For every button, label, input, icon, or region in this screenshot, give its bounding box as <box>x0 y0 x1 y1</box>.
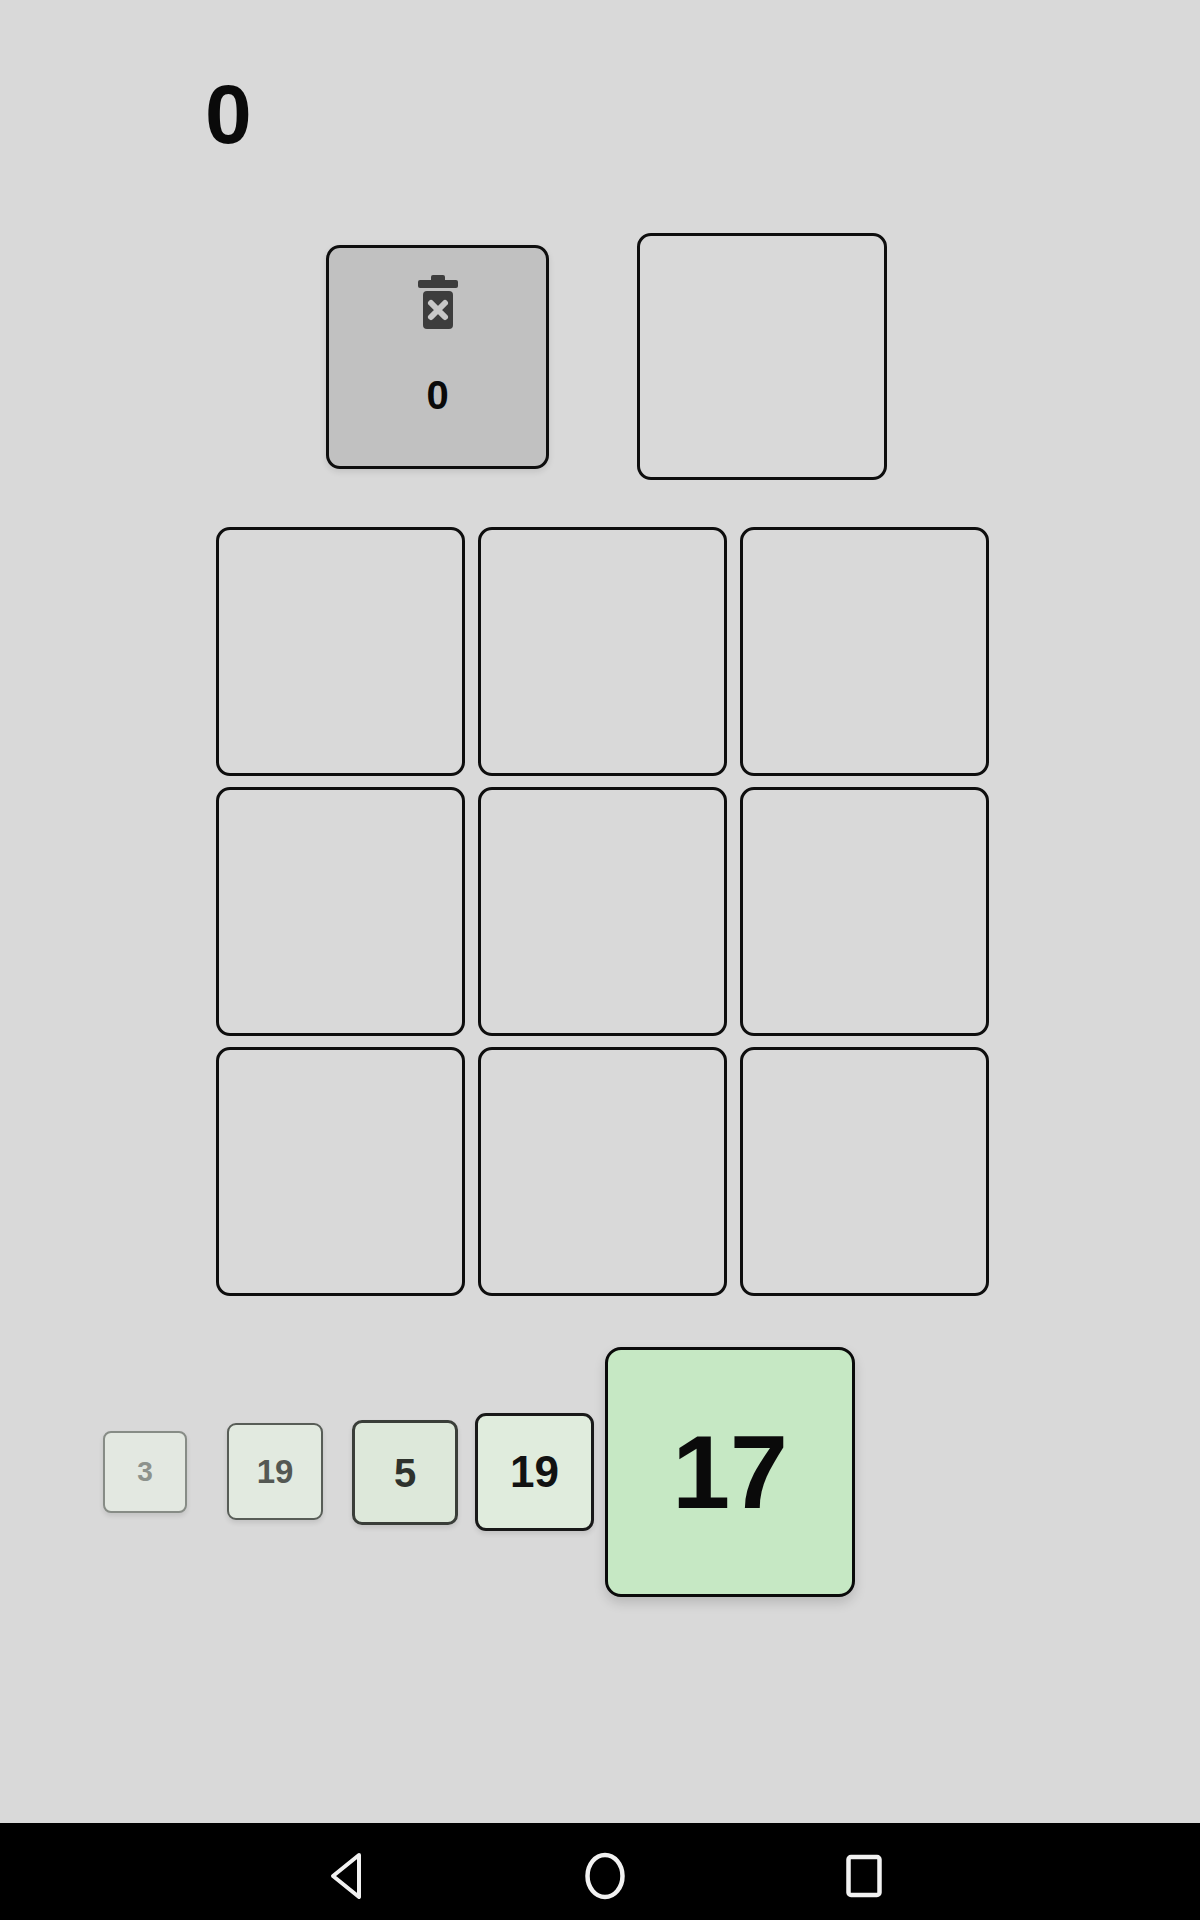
queue-tile-1: 3 <box>103 1431 187 1513</box>
board-cell-r1c1[interactable] <box>216 527 465 776</box>
nav-recents-button[interactable] <box>829 1823 899 1920</box>
app-screen: 0 0 3 19 5 19 17 <box>0 0 1200 1920</box>
recents-square-icon <box>845 1853 883 1902</box>
trash-delete-icon <box>416 274 460 330</box>
board-cell-r3c2[interactable] <box>478 1047 727 1296</box>
hold-slot[interactable] <box>637 233 887 480</box>
active-tile[interactable]: 17 <box>605 1347 855 1597</box>
board-cell-r3c3[interactable] <box>740 1047 989 1296</box>
board-grid <box>216 527 989 1296</box>
queue-tile-3: 5 <box>352 1420 458 1525</box>
board-cell-r1c2[interactable] <box>478 527 727 776</box>
nav-home-button[interactable] <box>570 1823 640 1920</box>
nav-back-button[interactable] <box>310 1823 380 1920</box>
board-cell-r1c3[interactable] <box>740 527 989 776</box>
trash-count: 0 <box>426 375 448 415</box>
home-circle-icon <box>583 1850 627 1905</box>
score-value: 0 <box>205 72 250 156</box>
android-navbar <box>0 1823 1200 1920</box>
board-cell-r2c1[interactable] <box>216 787 465 1036</box>
trash-discard-button[interactable]: 0 <box>326 245 549 469</box>
queue-tile-4: 19 <box>475 1413 594 1531</box>
board-cell-r2c2[interactable] <box>478 787 727 1036</box>
board-cell-r2c3[interactable] <box>740 787 989 1036</box>
back-triangle-icon <box>328 1851 362 1904</box>
board-cell-r3c1[interactable] <box>216 1047 465 1296</box>
queue-tile-2: 19 <box>227 1423 323 1520</box>
